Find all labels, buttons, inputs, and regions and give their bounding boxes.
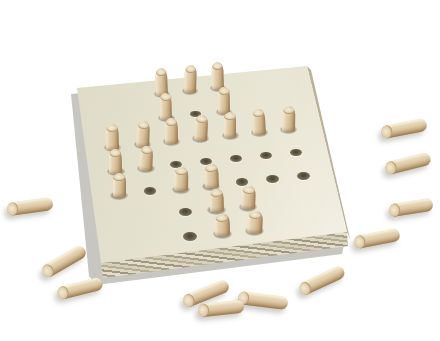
peg-top	[106, 125, 117, 132]
peg-top	[165, 119, 176, 126]
peg-top	[204, 165, 216, 172]
peg-r3c2[interactable]	[136, 120, 150, 147]
peg-top	[212, 63, 223, 70]
peg-r4c2[interactable]	[139, 145, 154, 171]
peg-top	[113, 174, 125, 181]
peg-top	[156, 69, 167, 76]
peg-top	[283, 107, 294, 114]
peg-r5c4[interactable]	[204, 164, 219, 189]
loose-peg-end	[6, 201, 19, 215]
loose-peg-end	[380, 124, 393, 139]
peg-top	[210, 190, 222, 197]
peg-r2c5[interactable]	[217, 87, 230, 114]
peg-top	[110, 149, 121, 156]
peg-r7c4[interactable]	[214, 214, 229, 236]
peg-top	[196, 115, 207, 123]
peg-solitaire-photo	[0, 0, 440, 341]
peg-r7c5[interactable]	[247, 211, 263, 234]
peg-top	[249, 212, 262, 220]
peg-top	[185, 66, 196, 73]
peg-r5c3[interactable]	[174, 167, 188, 191]
peg-top	[175, 168, 187, 175]
peg-top	[161, 94, 172, 101]
peg-r3c7[interactable]	[282, 106, 295, 132]
peg-r3c5[interactable]	[224, 112, 237, 138]
peg-r3c1[interactable]	[106, 123, 120, 149]
peg-r6c5[interactable]	[241, 186, 256, 210]
peg-r2c3[interactable]	[160, 93, 173, 120]
peg-r3c3[interactable]	[165, 118, 178, 144]
loose-peg-end	[197, 303, 209, 317]
board-hole-empty[interactable]	[183, 232, 197, 241]
peg-r1c5[interactable]	[211, 62, 224, 90]
peg-top	[224, 113, 235, 120]
peg-top	[137, 121, 148, 128]
peg-r3c4[interactable]	[194, 114, 208, 141]
peg-r3c6[interactable]	[251, 108, 265, 135]
peg-r1c4[interactable]	[184, 65, 197, 93]
loose-peg-end	[388, 202, 401, 217]
peg-top	[252, 109, 263, 117]
peg-top	[243, 187, 255, 195]
peg-top	[215, 215, 228, 222]
loose-peg-end	[353, 234, 366, 249]
peg-r1c3[interactable]	[155, 68, 168, 96]
peg-top	[218, 88, 229, 95]
peg-r4c1[interactable]	[109, 148, 123, 173]
peg-r5c1[interactable]	[113, 173, 127, 197]
peg-r6c4[interactable]	[209, 189, 224, 212]
